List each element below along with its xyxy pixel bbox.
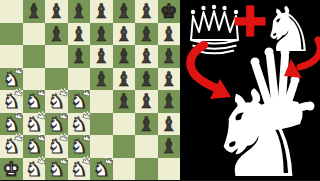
- square-f8[interactable]: ♝: [113, 0, 136, 23]
- square-c2[interactable]: ♞: [45, 135, 68, 158]
- black-bishop: ♝: [70, 46, 88, 66]
- black-bishop: ♝: [137, 69, 155, 89]
- square-h2[interactable]: ♝: [158, 135, 181, 158]
- square-f6[interactable]: ♝: [113, 45, 136, 68]
- square-e3[interactable]: [90, 113, 113, 136]
- black-bishop: ♝: [137, 46, 155, 66]
- black-bishop: ♝: [25, 1, 43, 21]
- black-bishop: ♝: [92, 69, 110, 89]
- square-d6[interactable]: ♝: [68, 45, 91, 68]
- square-d7[interactable]: ♝: [68, 23, 91, 46]
- white-amazon: ♞: [2, 69, 20, 89]
- black-bishop: ♝: [115, 91, 133, 111]
- square-d1[interactable]: ♞: [68, 158, 91, 181]
- white-amazon: ♞: [25, 114, 43, 134]
- square-g7[interactable]: ♝: [135, 23, 158, 46]
- square-c3[interactable]: ♞: [45, 113, 68, 136]
- square-b5[interactable]: [23, 68, 46, 91]
- square-c5[interactable]: [45, 68, 68, 91]
- black-bishop: ♝: [160, 24, 178, 44]
- black-king: ♚: [160, 1, 178, 21]
- square-g6[interactable]: ♝: [135, 45, 158, 68]
- square-e1[interactable]: ♞: [90, 158, 113, 181]
- square-e6[interactable]: ♝: [90, 45, 113, 68]
- square-a1[interactable]: ♚: [0, 158, 23, 181]
- square-e8[interactable]: ♝: [90, 0, 113, 23]
- white-amazon: ♞: [2, 91, 20, 111]
- square-a3[interactable]: ♞: [0, 113, 23, 136]
- promo-panel: + ♞ ♞: [180, 0, 320, 180]
- square-h8[interactable]: ♚: [158, 0, 181, 23]
- square-f7[interactable]: ♝: [113, 23, 136, 46]
- square-h7[interactable]: ♝: [158, 23, 181, 46]
- black-bishop: ♝: [160, 136, 178, 156]
- square-a4[interactable]: ♞: [0, 90, 23, 113]
- square-b6[interactable]: [23, 45, 46, 68]
- square-f3[interactable]: [113, 113, 136, 136]
- black-bishop: ♝: [92, 1, 110, 21]
- square-f1[interactable]: [113, 158, 136, 181]
- white-amazon: ♞: [47, 114, 65, 134]
- square-h5[interactable]: ♝: [158, 68, 181, 91]
- square-c1[interactable]: ♞: [45, 158, 68, 181]
- white-amazon: ♞: [25, 159, 43, 179]
- black-bishop: ♝: [47, 1, 65, 21]
- square-a8[interactable]: [0, 0, 23, 23]
- square-h3[interactable]: ♝: [158, 113, 181, 136]
- black-bishop: ♝: [92, 24, 110, 44]
- square-b8[interactable]: ♝: [23, 0, 46, 23]
- black-bishop: ♝: [115, 24, 133, 44]
- black-bishop: ♝: [137, 114, 155, 134]
- square-c6[interactable]: [45, 45, 68, 68]
- square-a5[interactable]: ♞: [0, 68, 23, 91]
- black-bishop: ♝: [115, 1, 133, 21]
- square-h4[interactable]: ♝: [158, 90, 181, 113]
- square-b7[interactable]: [23, 23, 46, 46]
- thumbnail: ♝♝♝♝♝♝♚♝♝♝♝♝♝♝♝♝♝♝♞♝♝♝♝♞♞♞♞♝♝♝♞♞♞♞♝♝♞♞♞♞…: [0, 0, 320, 180]
- black-bishop: ♝: [115, 69, 133, 89]
- white-amazon: ♞: [2, 136, 20, 156]
- square-c4[interactable]: ♞: [45, 90, 68, 113]
- white-amazon: ♞: [92, 159, 110, 179]
- black-bishop: ♝: [160, 114, 178, 134]
- square-e2[interactable]: [90, 135, 113, 158]
- white-amazon: ♞: [70, 114, 88, 134]
- square-e7[interactable]: ♝: [90, 23, 113, 46]
- square-b1[interactable]: ♞: [23, 158, 46, 181]
- white-amazon: ♞: [47, 159, 65, 179]
- square-d3[interactable]: ♞: [68, 113, 91, 136]
- black-bishop: ♝: [47, 24, 65, 44]
- square-g2[interactable]: [135, 135, 158, 158]
- black-bishop: ♝: [70, 24, 88, 44]
- black-bishop: ♝: [160, 69, 178, 89]
- square-f2[interactable]: [113, 135, 136, 158]
- square-d5[interactable]: [68, 68, 91, 91]
- square-d4[interactable]: ♞: [68, 90, 91, 113]
- square-d2[interactable]: ♞: [68, 135, 91, 158]
- square-c8[interactable]: ♝: [45, 0, 68, 23]
- black-bishop: ♝: [92, 46, 110, 66]
- white-amazon: ♞: [47, 136, 65, 156]
- black-bishop: ♝: [137, 1, 155, 21]
- black-bishop: ♝: [115, 46, 133, 66]
- black-bishop: ♝: [137, 24, 155, 44]
- white-amazon: ♞: [2, 114, 20, 134]
- square-e5[interactable]: ♝: [90, 68, 113, 91]
- square-d8[interactable]: ♝: [68, 0, 91, 23]
- square-b4[interactable]: ♞: [23, 90, 46, 113]
- white-amazon: ♞: [25, 136, 43, 156]
- square-h1[interactable]: [158, 158, 181, 181]
- white-amazon: ♞: [47, 91, 65, 111]
- square-e4[interactable]: [90, 90, 113, 113]
- square-f5[interactable]: ♝: [113, 68, 136, 91]
- white-amazon: ♞: [70, 159, 88, 179]
- square-c7[interactable]: ♝: [45, 23, 68, 46]
- square-g1[interactable]: [135, 158, 158, 181]
- white-amazon: ♞: [25, 91, 43, 111]
- square-a2[interactable]: ♞: [0, 135, 23, 158]
- black-bishop: ♝: [70, 1, 88, 21]
- square-g4[interactable]: ♝: [135, 90, 158, 113]
- white-amazon: ♞: [70, 136, 88, 156]
- square-h6[interactable]: ♝: [158, 45, 181, 68]
- black-bishop: ♝: [160, 91, 178, 111]
- square-b3[interactable]: ♞: [23, 113, 46, 136]
- square-a6[interactable]: [0, 45, 23, 68]
- chess-board: ♝♝♝♝♝♝♚♝♝♝♝♝♝♝♝♝♝♝♞♝♝♝♝♞♞♞♞♝♝♝♞♞♞♞♝♝♞♞♞♞…: [0, 0, 180, 180]
- square-f4[interactable]: ♝: [113, 90, 136, 113]
- square-b2[interactable]: ♞: [23, 135, 46, 158]
- white-amazon: ♞: [70, 91, 88, 111]
- promo-graphic: + ♞ ♞: [180, 0, 320, 180]
- square-g3[interactable]: ♝: [135, 113, 158, 136]
- square-g8[interactable]: ♝: [135, 0, 158, 23]
- white-king: ♚: [2, 159, 20, 179]
- black-bishop: ♝: [137, 91, 155, 111]
- square-g5[interactable]: ♝: [135, 68, 158, 91]
- square-a7[interactable]: [0, 23, 23, 46]
- black-bishop: ♝: [160, 46, 178, 66]
